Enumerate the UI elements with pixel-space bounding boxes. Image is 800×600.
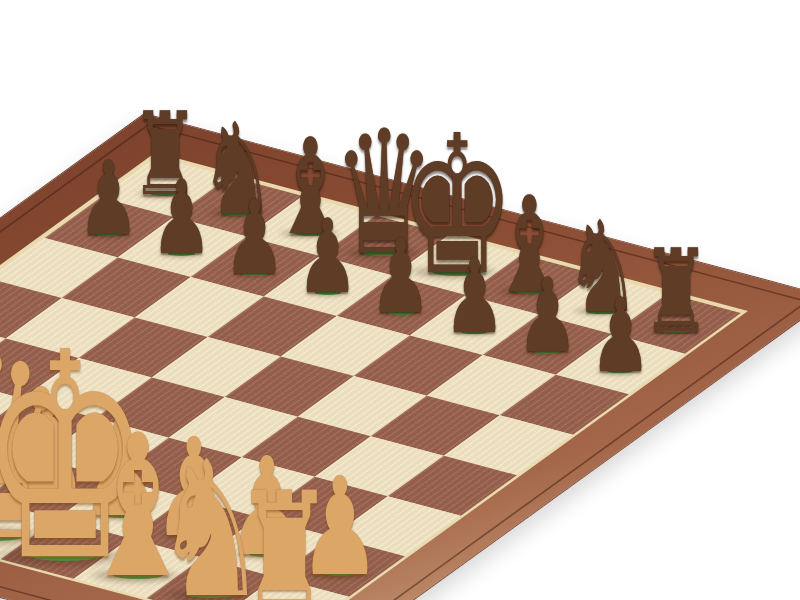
photo-stage: ♜♞♝♛♚♝♞♜♟♟♟♟♟♟♟♟♟♟♟♟♟♟♟♟♜♞♝♛♚♝♞♜ <box>0 0 800 600</box>
board-squares <box>0 157 741 600</box>
board-inner-border-line <box>0 153 748 600</box>
chess-board <box>0 113 800 600</box>
